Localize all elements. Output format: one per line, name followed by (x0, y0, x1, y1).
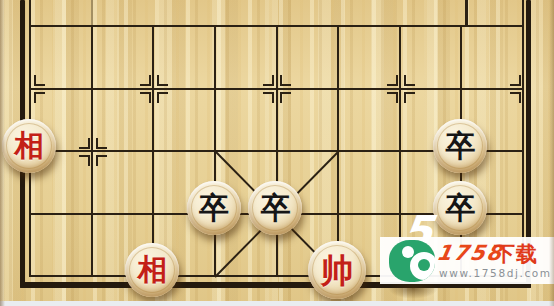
watermark-pacman-logo-icon (389, 240, 435, 282)
position-marker (34, 75, 45, 86)
position-marker (79, 155, 90, 166)
board-right-edge-line (522, 0, 524, 27)
river-text-stroke (91, 0, 93, 27)
bottom-edge-strip (0, 301, 554, 306)
position-marker (34, 92, 45, 103)
position-marker (387, 92, 398, 103)
watermark-url: www.1758dj.com (439, 267, 552, 279)
board-cell[interactable] (339, 152, 401, 215)
position-marker (510, 75, 521, 86)
position-marker (157, 75, 168, 86)
piece-black-soldier[interactable]: 卒 (187, 181, 241, 235)
position-marker (140, 92, 151, 103)
position-marker (280, 92, 291, 103)
board-cell[interactable] (31, 215, 93, 278)
position-marker (280, 75, 291, 86)
position-marker (140, 75, 151, 86)
position-marker (263, 92, 274, 103)
position-marker (157, 92, 168, 103)
position-marker (404, 75, 415, 86)
piece-red-elephant[interactable]: 相 (2, 119, 56, 173)
position-marker (404, 92, 415, 103)
position-marker (510, 92, 521, 103)
piece-black-soldier[interactable]: 卒 (433, 119, 487, 173)
xiangqi-app-screenshot: 相卒卒卒卒相帅 5 1758 下载 www.1758dj.com (0, 0, 554, 306)
piece-black-soldier[interactable]: 卒 (433, 181, 487, 235)
piece-red-general[interactable]: 帅 (308, 241, 366, 299)
logo-ball (418, 259, 430, 271)
position-marker (96, 138, 107, 149)
position-marker (387, 75, 398, 86)
watermark-brand-text: 下载 (494, 240, 538, 268)
position-marker (96, 155, 107, 166)
river-text-stroke (465, 0, 468, 27)
board-left-edge-line (29, 0, 31, 27)
position-marker (79, 138, 90, 149)
piece-black-soldier[interactable]: 卒 (248, 181, 302, 235)
position-marker (263, 75, 274, 86)
piece-red-elephant[interactable]: 相 (125, 243, 179, 297)
